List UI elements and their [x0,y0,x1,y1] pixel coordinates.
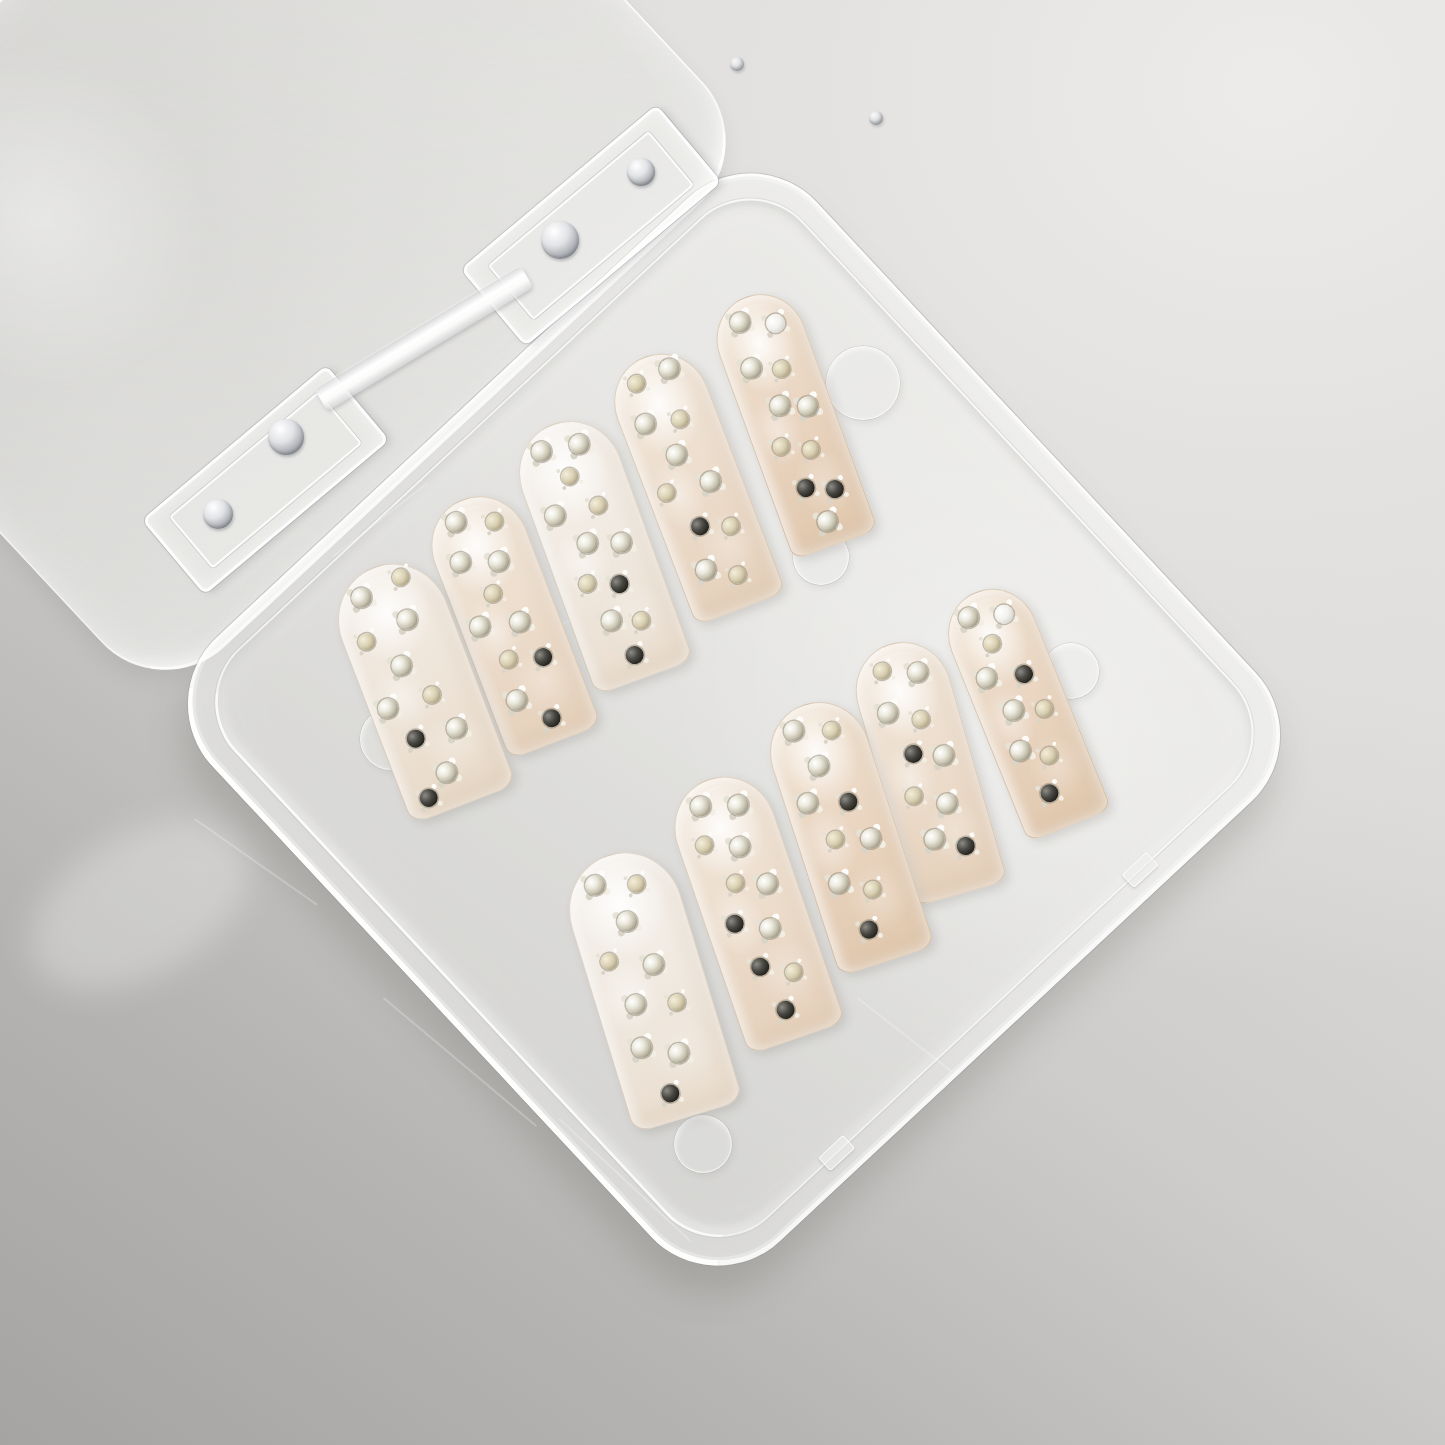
rhinestone-champagne [821,720,842,741]
rhinestone-champagne [656,482,678,504]
rhinestone-clear [974,665,1000,691]
rhinestone-clear [504,688,530,714]
rhinestone-clear [664,442,690,468]
rhinestone-black [688,515,711,538]
rhinestone-clear [433,760,459,786]
rhinestone-black [1012,662,1035,685]
rhinestone-clear [815,509,841,535]
rhinestone-black [749,955,772,978]
rhinestone-clear [582,873,607,898]
rhinestone-clear [632,411,658,437]
rhinestone-champagne [598,951,619,972]
hinge-ball [203,499,233,529]
hinge-bump [869,111,883,125]
rhinestone-black [532,646,555,669]
rhinestone-clear [727,835,752,860]
rhinestone-black [404,727,427,750]
rhinestone-champagne [770,358,792,380]
rhinestone-champagne [483,511,505,533]
rhinestone-champagne [390,566,412,588]
rhinestone-clear [698,469,724,495]
rhinestone-clear [1001,697,1027,723]
rhinestone-clear [614,909,639,934]
rhinestone-clear [486,548,512,574]
rhinestone-clear [727,310,753,336]
rhinestone-black [794,476,817,499]
rhinestone-champagne [626,874,647,895]
rhinestone-champagne [771,436,793,458]
hinge-ball [541,221,579,259]
rhinestone-champagne [904,786,925,807]
rhinestone-black [540,706,563,729]
rhinestone-black [955,835,977,857]
rhinestone-black [858,918,881,941]
rhinestone-black [774,999,797,1022]
rhinestone-clear [656,356,682,382]
rhinestone-champagne [631,610,653,632]
rhinestone-champagne [911,709,932,730]
rhinestone-clear [795,791,820,816]
rhinestone-clear [758,916,783,941]
rhinestone-champagne [862,878,883,899]
rhinestone-clear [922,827,947,852]
rhinestone-champagne [825,828,846,849]
rhinestone-champagne [800,439,822,461]
rhinestone-clear [448,549,474,575]
rhinestone-clear [375,696,401,722]
rhinestone-champagne [576,573,598,595]
light-smudge [1,784,279,1025]
rhinestone-clear [767,393,793,419]
rhinestone-clear [642,952,667,977]
rhinestone-champagne [482,583,504,605]
rhinestone-champagne [982,632,1004,654]
rhinestone-clear [567,431,593,457]
rhinestone-clear [858,826,883,851]
rhinestone-champagne [559,465,581,487]
rhinestone-clear [905,660,930,685]
rhinestone-clear [876,700,901,725]
adhesive-dot [826,346,900,420]
photo-scene [0,0,1445,1445]
hinge-ball [268,419,304,455]
rhinestone-clear [349,584,375,610]
rhinestone-champagne [588,495,610,517]
rhinestone-black [837,790,860,813]
rhinestone-clear [467,614,493,640]
rhinestone-black [823,477,846,500]
rhinestone-champagne [498,649,520,671]
rhinestone-black [1038,781,1061,804]
rhinestone-clear [782,719,807,744]
rhinestone-clear [507,609,533,635]
rhinestone-champagne [720,515,742,537]
rhinestone-champagne [727,564,749,586]
rhinestone-champagne [667,992,688,1013]
rhinestone-clear [738,356,764,382]
rhinestone-clear [630,1035,655,1060]
rhinestone-clear [389,653,415,679]
rhinestone-champagne [1038,744,1060,766]
rhinestone-champagne [783,962,805,984]
rhinestone-black [623,643,646,666]
rhinestone-clear [806,753,831,778]
hinge-ball [627,158,655,186]
rhinestone-white [764,311,788,335]
rhinestone-clear [543,503,569,529]
rhinestone-champagne [626,373,648,395]
rhinestone-champagne [725,873,747,895]
rhinestone-clear [688,793,713,818]
rhinestone-black [659,1082,681,1104]
rhinestone-black [608,572,631,595]
rhinestone-champagne [1034,697,1056,719]
rhinestone-clear [726,792,751,817]
rhinestone-clear [529,439,555,465]
rhinestone-clear [609,530,635,556]
rhinestone-black [723,912,746,935]
rhinestone-clear [935,791,960,816]
rhinestone-clear [667,1041,692,1066]
rhinestone-clear [755,871,780,896]
rhinestone-clear [623,992,648,1017]
rhinestone-champagne [356,630,378,652]
rhinestone-clear [931,743,956,768]
rhinestone-black [903,743,925,765]
rhinestone-clear [599,608,625,634]
hinge-bump [730,57,744,71]
rhinestone-clear [444,715,470,741]
rhinestone-champagne [669,408,691,430]
rhinestone-clear [795,394,821,420]
rhinestone-clear [827,870,852,895]
rhinestone-clear [575,531,601,557]
rhinestone-white [991,602,1016,627]
rhinestone-clear [395,607,421,633]
rhinestone-clear [443,510,469,536]
rhinestone-champagne [421,684,443,706]
adhesive-dot [674,1115,732,1173]
rhinestone-champagne [694,834,716,856]
rhinestone-clear [693,557,719,583]
rhinestone-champagne [872,661,893,682]
rhinestone-clear [956,605,982,631]
rhinestone-black [417,787,440,810]
rhinestone-clear [1008,737,1034,763]
